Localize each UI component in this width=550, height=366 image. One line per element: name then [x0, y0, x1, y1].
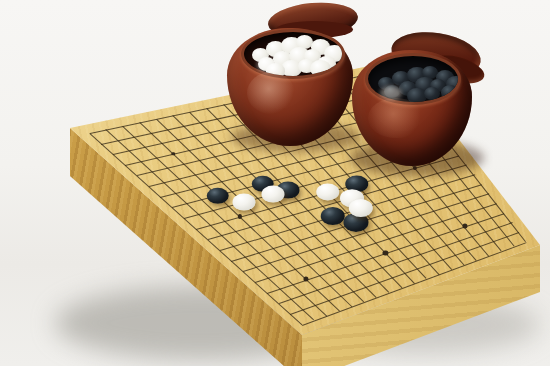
white-bowl-opening	[241, 29, 345, 79]
white-stone: ○	[232, 194, 255, 211]
black-bowl-highlight	[368, 98, 424, 138]
white-stone: ○	[262, 186, 285, 203]
black-stone: ●	[206, 187, 229, 203]
white-bowl-specular	[257, 58, 277, 72]
white-bowl-highlight	[247, 72, 295, 114]
black-stone-in-bowl	[424, 87, 440, 100]
go-set-photo: ●●●●●●○○○○○	[0, 0, 550, 366]
black-bowl-specular	[380, 86, 402, 100]
black-stone: ●	[320, 208, 345, 226]
white-stone: ○	[349, 199, 374, 217]
white-stone: ○	[316, 183, 340, 200]
black-bowl-opening	[365, 53, 461, 105]
